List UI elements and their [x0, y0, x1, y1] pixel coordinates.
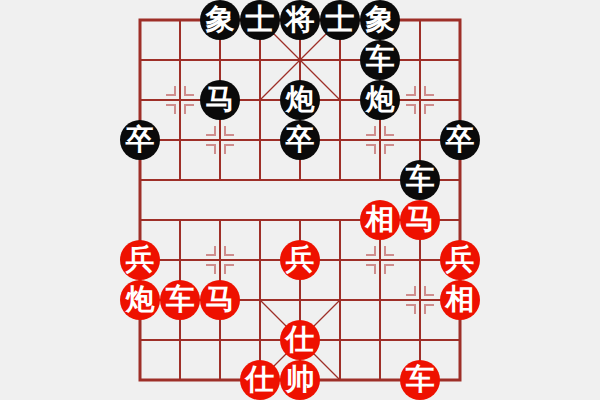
piece-red-general[interactable]: 帅 [280, 360, 320, 400]
piece-black-soldier[interactable]: 卒 [440, 120, 480, 160]
piece-red-soldier[interactable]: 兵 [440, 240, 480, 280]
piece-black-elephant[interactable]: 象 [360, 0, 400, 40]
piece-red-advisor[interactable]: 仕 [240, 360, 280, 400]
piece-black-soldier[interactable]: 卒 [280, 120, 320, 160]
piece-red-horse[interactable]: 马 [400, 200, 440, 240]
piece-layer: 象士将士象车马炮炮卒卒卒车相马兵兵兵炮车马相仕仕帅车 [120, 0, 480, 400]
piece-black-soldier[interactable]: 卒 [120, 120, 160, 160]
piece-red-soldier[interactable]: 兵 [280, 240, 320, 280]
piece-red-chariot[interactable]: 车 [160, 280, 200, 320]
piece-red-horse[interactable]: 马 [200, 280, 240, 320]
piece-red-cannon[interactable]: 炮 [120, 280, 160, 320]
xiangqi-board: 象士将士象车马炮炮卒卒卒车相马兵兵兵炮车马相仕仕帅车 [0, 0, 600, 400]
piece-black-advisor[interactable]: 士 [240, 0, 280, 40]
piece-black-elephant[interactable]: 象 [200, 0, 240, 40]
piece-black-general[interactable]: 将 [280, 0, 320, 40]
piece-black-chariot[interactable]: 车 [360, 40, 400, 80]
piece-black-cannon[interactable]: 炮 [280, 80, 320, 120]
piece-black-chariot[interactable]: 车 [400, 160, 440, 200]
piece-black-advisor[interactable]: 士 [320, 0, 360, 40]
piece-red-chariot[interactable]: 车 [400, 360, 440, 400]
piece-black-cannon[interactable]: 炮 [360, 80, 400, 120]
piece-red-elephant[interactable]: 相 [360, 200, 400, 240]
piece-red-advisor[interactable]: 仕 [280, 320, 320, 360]
piece-red-soldier[interactable]: 兵 [120, 240, 160, 280]
piece-black-horse[interactable]: 马 [200, 80, 240, 120]
piece-red-elephant[interactable]: 相 [440, 280, 480, 320]
